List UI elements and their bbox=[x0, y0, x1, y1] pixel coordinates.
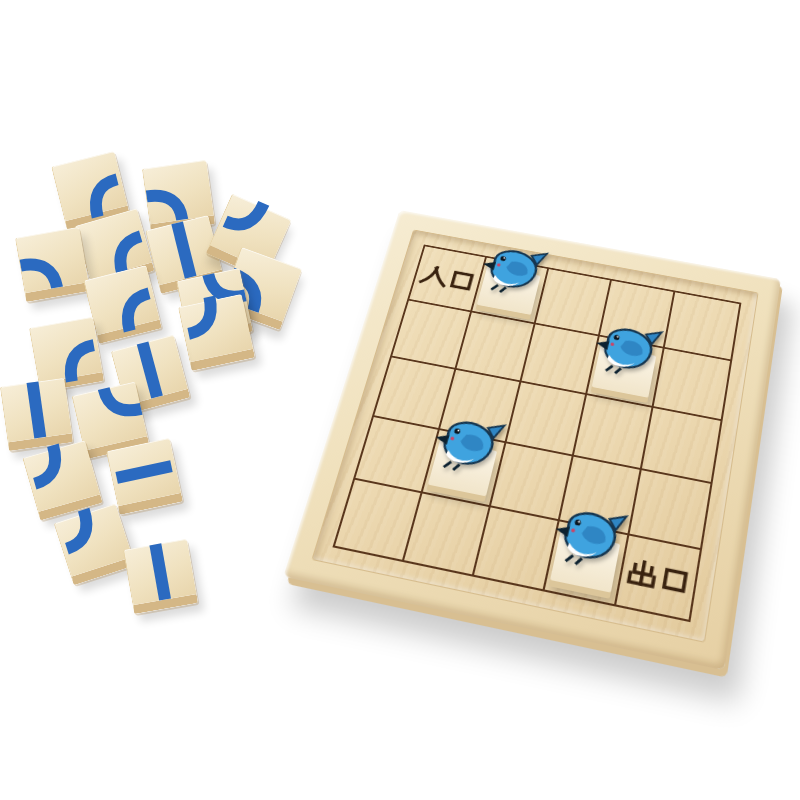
path-tile-straight[interactable] bbox=[123, 539, 198, 614]
board-cell-r4c4[interactable] bbox=[616, 536, 700, 620]
path-tile-curve[interactable] bbox=[54, 504, 136, 586]
scene bbox=[0, 0, 800, 800]
path-tile-straight[interactable] bbox=[106, 438, 183, 515]
path-tile-curve[interactable] bbox=[178, 294, 255, 371]
board-cell-r4c3[interactable] bbox=[545, 521, 629, 604]
exit-label bbox=[626, 558, 692, 597]
entrance-label bbox=[418, 263, 477, 294]
board-grid bbox=[332, 244, 741, 622]
path-tile-straight[interactable] bbox=[0, 378, 73, 451]
tile-pile bbox=[0, 0, 360, 700]
path-tile-curve[interactable] bbox=[15, 227, 90, 302]
